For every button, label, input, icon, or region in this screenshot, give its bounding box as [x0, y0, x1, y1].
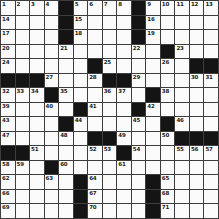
grid-cell-r1c6[interactable]: 5: [74, 1, 88, 15]
grid-cell-r13c15[interactable]: [204, 175, 218, 189]
block-cell-r10c7: [88, 132, 102, 146]
grid-cell-r11c14[interactable]: 56: [190, 146, 204, 160]
grid-cell-r7c14[interactable]: [190, 88, 204, 102]
grid-cell-r12c7[interactable]: [88, 161, 102, 175]
grid-cell-r8c9[interactable]: [117, 103, 131, 117]
clue-number-20: 20: [2, 45, 9, 51]
clue-number-59: 59: [17, 161, 24, 167]
clue-number-49: 49: [118, 132, 125, 138]
grid-cell-r2c11[interactable]: 16: [146, 16, 160, 30]
clue-number-57: 57: [205, 146, 212, 152]
clue-number-19: 19: [147, 30, 154, 36]
grid-cell-r14c3[interactable]: [30, 190, 44, 204]
grid-cell-r12c5[interactable]: 60: [59, 161, 73, 175]
grid-cell-r9c8[interactable]: [103, 117, 117, 131]
grid-cell-r9c1[interactable]: 43: [1, 117, 15, 131]
grid-cell-r6c13[interactable]: [175, 74, 189, 88]
grid-cell-r11c4[interactable]: [45, 146, 59, 160]
grid-cell-r1c8[interactable]: 7: [103, 1, 117, 15]
grid-cell-r3c7[interactable]: [88, 30, 102, 44]
grid-cell-r15c5[interactable]: [59, 204, 73, 218]
grid-cell-r7c3[interactable]: 34: [30, 88, 44, 102]
block-cell-r11c1: [1, 146, 15, 160]
block-cell-r6c1: [1, 74, 15, 88]
grid-cell-r10c5[interactable]: 48: [59, 132, 73, 146]
grid-cell-r6c14[interactable]: 30: [190, 74, 204, 88]
grid-cell-r13c5[interactable]: [59, 175, 73, 189]
grid-cell-r4c8[interactable]: [103, 45, 117, 59]
grid-cell-r4c11[interactable]: [146, 45, 160, 59]
clue-number-37: 37: [118, 88, 125, 94]
clue-number-66: 66: [2, 190, 9, 196]
grid-cell-r11c3[interactable]: 51: [30, 146, 44, 160]
grid-cell-r11c11[interactable]: [146, 146, 160, 160]
grid-cell-r8c1[interactable]: 39: [1, 103, 15, 117]
grid-cell-r3c12[interactable]: [161, 30, 175, 44]
grid-cell-r12c1[interactable]: 58: [1, 161, 15, 175]
clue-number-48: 48: [60, 132, 67, 138]
grid-cell-r4c13[interactable]: 23: [175, 45, 189, 59]
clue-number-15: 15: [75, 16, 82, 22]
block-cell-r6c9: [117, 74, 131, 88]
block-cell-r3c5: [59, 30, 73, 44]
block-cell-r11c2: [16, 146, 30, 160]
grid-cell-r6c15[interactable]: 31: [204, 74, 218, 88]
grid-cell-r8c8[interactable]: [103, 103, 117, 117]
grid-cell-r13c13[interactable]: [175, 175, 189, 189]
grid-cell-r7c5[interactable]: 35: [59, 88, 73, 102]
grid-cell-r8c7[interactable]: 41: [88, 103, 102, 117]
grid-cell-r4c9[interactable]: [117, 45, 131, 59]
grid-cell-r8c15[interactable]: [204, 103, 218, 117]
grid-cell-r12c6[interactable]: [74, 161, 88, 175]
clue-number-4: 4: [46, 1, 50, 7]
clue-number-13: 13: [205, 1, 212, 7]
clue-number-1: 1: [2, 1, 6, 7]
clue-number-38: 38: [162, 88, 169, 94]
grid-cell-r15c3[interactable]: [30, 204, 44, 218]
grid-cell-r11c10[interactable]: 54: [132, 146, 146, 160]
clue-number-10: 10: [162, 1, 169, 7]
grid-cell-r13c10[interactable]: [132, 175, 146, 189]
grid-cell-r7c7[interactable]: [88, 88, 102, 102]
clue-number-50: 50: [162, 132, 169, 138]
grid-cell-r1c7[interactable]: 6: [88, 1, 102, 15]
grid-cell-r1c15[interactable]: 13: [204, 1, 218, 15]
grid-cell-r2c12[interactable]: [161, 16, 175, 30]
clue-number-45: 45: [133, 117, 140, 123]
grid-cell-r12c11[interactable]: [146, 161, 160, 175]
clue-number-30: 30: [191, 74, 198, 80]
block-cell-r4c12: [161, 45, 175, 59]
grid-cell-r4c2[interactable]: [16, 45, 30, 59]
clue-number-43: 43: [2, 117, 9, 123]
grid-cell-r3c13[interactable]: [175, 30, 189, 44]
grid-cell-r8c3[interactable]: [30, 103, 44, 117]
block-cell-r11c9: [117, 146, 131, 160]
grid-cell-r5c4[interactable]: [45, 59, 59, 73]
block-cell-r9c5: [59, 117, 73, 131]
block-cell-r13c6: [74, 175, 88, 189]
clue-number-7: 7: [104, 1, 108, 7]
grid-cell-r14c4[interactable]: [45, 190, 59, 204]
grid-cell-r1c9[interactable]: 8: [117, 1, 131, 15]
grid-cell-r15c1[interactable]: 69: [1, 204, 15, 218]
grid-cell-r9c11[interactable]: [146, 117, 160, 131]
grid-cell-r9c6[interactable]: 44: [74, 117, 88, 131]
grid-cell-r15c12[interactable]: 71: [161, 204, 175, 218]
grid-cell-r4c4[interactable]: [45, 45, 59, 59]
grid-cell-r14c5[interactable]: [59, 190, 73, 204]
grid-cell-r2c1[interactable]: 14: [1, 16, 15, 30]
grid-cell-r9c7[interactable]: [88, 117, 102, 131]
clue-number-44: 44: [75, 117, 82, 123]
grid-cell-r1c2[interactable]: 2: [16, 1, 30, 15]
grid-cell-r10c6[interactable]: [74, 132, 88, 146]
grid-cell-r1c1[interactable]: 1: [1, 1, 15, 15]
grid-cell-r2c14[interactable]: [190, 16, 204, 30]
clue-number-41: 41: [89, 103, 96, 109]
grid-cell-r9c10[interactable]: 45: [132, 117, 146, 131]
grid-cell-r6c6[interactable]: [74, 74, 88, 88]
grid-cell-r9c2[interactable]: [16, 117, 30, 131]
block-cell-r15c11: [146, 204, 160, 218]
grid-cell-r12c14[interactable]: [190, 161, 204, 175]
grid-cell-r10c1[interactable]: 47: [1, 132, 15, 146]
clue-number-47: 47: [2, 132, 9, 138]
grid-cell-r3c6[interactable]: 18: [74, 30, 88, 44]
grid-cell-r2c8[interactable]: [103, 16, 117, 30]
grid-cell-r3c1[interactable]: 17: [1, 30, 15, 44]
clue-number-9: 9: [147, 1, 151, 7]
grid-cell-r12c3[interactable]: [30, 161, 44, 175]
grid-cell-r9c9[interactable]: [117, 117, 131, 131]
clue-number-62: 62: [2, 175, 9, 181]
grid-cell-r2c15[interactable]: [204, 16, 218, 30]
grid-cell-r13c14[interactable]: [190, 175, 204, 189]
grid-cell-r4c1[interactable]: 20: [1, 45, 15, 59]
grid-cell-r5c6[interactable]: [74, 59, 88, 73]
grid-cell-r11c12[interactable]: [161, 146, 175, 160]
grid-cell-r3c2[interactable]: [16, 30, 30, 44]
grid-cell-r5c10[interactable]: [132, 59, 146, 73]
grid-cell-r12c10[interactable]: [132, 161, 146, 175]
block-cell-r7c4: [45, 88, 59, 102]
grid-cell-r7c10[interactable]: [132, 88, 146, 102]
block-cell-r10c15: [204, 132, 218, 146]
clue-number-6: 6: [89, 1, 93, 7]
grid-cell-r3c14[interactable]: [190, 30, 204, 44]
clue-number-17: 17: [2, 30, 9, 36]
crossword-grid: 1234567891011121314151617181920212223242…: [0, 0, 219, 219]
clue-number-67: 67: [89, 190, 96, 196]
grid-cell-r15c8[interactable]: [103, 204, 117, 218]
grid-cell-r7c8[interactable]: 36: [103, 88, 117, 102]
block-cell-r15c6: [74, 204, 88, 218]
grid-cell-r9c15[interactable]: [204, 117, 218, 131]
block-cell-r12c4: [45, 161, 59, 175]
grid-cell-r13c9[interactable]: [117, 175, 131, 189]
grid-cell-r15c14[interactable]: [190, 204, 204, 218]
clue-number-55: 55: [176, 146, 183, 152]
grid-cell-r7c6[interactable]: [74, 88, 88, 102]
clue-number-12: 12: [191, 1, 198, 7]
grid-cell-r14c2[interactable]: [16, 190, 30, 204]
grid-cell-r13c12[interactable]: 65: [161, 175, 175, 189]
grid-cell-r1c11[interactable]: 9: [146, 1, 160, 15]
grid-cell-r10c3[interactable]: [30, 132, 44, 146]
block-cell-r2c5: [59, 16, 73, 30]
grid-cell-r5c13[interactable]: [175, 59, 189, 73]
grid-cell-r1c13[interactable]: 11: [175, 1, 189, 15]
block-cell-r6c8: [103, 74, 117, 88]
grid-cell-r10c4[interactable]: [45, 132, 59, 146]
clue-number-5: 5: [75, 1, 79, 7]
block-cell-r9c12: [161, 117, 175, 131]
clue-number-24: 24: [2, 59, 9, 65]
grid-cell-r12c13[interactable]: [175, 161, 189, 175]
grid-cell-r11c6[interactable]: [74, 146, 88, 160]
grid-cell-r9c14[interactable]: [190, 117, 204, 131]
grid-cell-r1c14[interactable]: 12: [190, 1, 204, 15]
block-cell-r10c13: [175, 132, 189, 146]
grid-cell-r5c1[interactable]: 24: [1, 59, 15, 73]
grid-cell-r3c8[interactable]: [103, 30, 117, 44]
grid-cell-r14c9[interactable]: [117, 190, 131, 204]
clue-number-11: 11: [176, 1, 183, 7]
clue-number-56: 56: [191, 146, 198, 152]
grid-cell-r5c5[interactable]: [59, 59, 73, 73]
grid-cell-r3c11[interactable]: 19: [146, 30, 160, 44]
grid-cell-r6c10[interactable]: 29: [132, 74, 146, 88]
grid-cell-r1c12[interactable]: 10: [161, 1, 175, 15]
grid-cell-r15c9[interactable]: [117, 204, 131, 218]
clue-number-36: 36: [104, 88, 111, 94]
grid-cell-r5c11[interactable]: [146, 59, 160, 73]
grid-cell-r9c13[interactable]: 46: [175, 117, 189, 131]
block-cell-r5c15: [204, 59, 218, 73]
grid-cell-r9c4[interactable]: [45, 117, 59, 131]
grid-cell-r8c13[interactable]: [175, 103, 189, 117]
grid-cell-r5c9[interactable]: [117, 59, 131, 73]
clue-number-25: 25: [104, 59, 111, 65]
grid-cell-r12c9[interactable]: 61: [117, 161, 131, 175]
grid-cell-r14c8[interactable]: [103, 190, 117, 204]
clue-number-18: 18: [75, 30, 82, 36]
clue-number-2: 2: [17, 1, 21, 7]
grid-cell-r11c15[interactable]: 57: [204, 146, 218, 160]
block-cell-r2c10: [132, 16, 146, 30]
clue-number-42: 42: [147, 103, 154, 109]
grid-cell-r9c3[interactable]: [30, 117, 44, 131]
grid-cell-r2c6[interactable]: 15: [74, 16, 88, 30]
grid-cell-r14c10[interactable]: [132, 190, 146, 204]
grid-cell-r6c5[interactable]: [59, 74, 73, 88]
clue-number-33: 33: [17, 88, 24, 94]
clue-number-14: 14: [2, 16, 9, 22]
clue-number-53: 53: [104, 146, 111, 152]
grid-cell-r10c11[interactable]: [146, 132, 160, 146]
grid-cell-r2c7[interactable]: [88, 16, 102, 30]
block-cell-r5c7: [88, 59, 102, 73]
grid-cell-r13c1[interactable]: 62: [1, 175, 15, 189]
grid-cell-r8c2[interactable]: [16, 103, 30, 117]
grid-cell-r8c11[interactable]: 42: [146, 103, 160, 117]
block-cell-r3c10: [132, 30, 146, 44]
grid-cell-r8c14[interactable]: [190, 103, 204, 117]
grid-cell-r14c1[interactable]: 66: [1, 190, 15, 204]
clue-number-71: 71: [162, 204, 169, 210]
grid-cell-r6c4[interactable]: 27: [45, 74, 59, 88]
grid-cell-r3c4[interactable]: [45, 30, 59, 44]
grid-cell-r10c2[interactable]: [16, 132, 30, 146]
grid-cell-r7c12[interactable]: 38: [161, 88, 175, 102]
grid-cell-r13c4[interactable]: 63: [45, 175, 59, 189]
grid-cell-r15c15[interactable]: [204, 204, 218, 218]
grid-cell-r1c4[interactable]: 4: [45, 1, 59, 15]
grid-cell-r7c13[interactable]: [175, 88, 189, 102]
grid-cell-r12c15[interactable]: [204, 161, 218, 175]
grid-cell-r3c15[interactable]: [204, 30, 218, 44]
grid-cell-r10c10[interactable]: [132, 132, 146, 146]
grid-cell-r3c9[interactable]: [117, 30, 131, 44]
clue-number-61: 61: [118, 161, 125, 167]
block-cell-r1c10: [132, 1, 146, 15]
clue-number-46: 46: [176, 117, 183, 123]
grid-cell-r4c15[interactable]: [204, 45, 218, 59]
grid-cell-r13c3[interactable]: [30, 175, 44, 189]
grid-cell-r7c9[interactable]: 37: [117, 88, 131, 102]
grid-cell-r2c9[interactable]: [117, 16, 131, 30]
grid-cell-r11c8[interactable]: 53: [103, 146, 117, 160]
grid-cell-r5c12[interactable]: 26: [161, 59, 175, 73]
clue-number-58: 58: [2, 161, 9, 167]
grid-cell-r15c2[interactable]: [16, 204, 30, 218]
block-cell-r14c11: [146, 190, 160, 204]
grid-cell-r1c3[interactable]: 3: [30, 1, 44, 15]
grid-cell-r4c14[interactable]: [190, 45, 204, 59]
clue-number-28: 28: [89, 74, 96, 80]
grid-cell-r14c7[interactable]: 67: [88, 190, 102, 204]
clue-number-3: 3: [31, 1, 35, 7]
block-cell-r13c11: [146, 175, 160, 189]
grid-cell-r7c15[interactable]: [204, 88, 218, 102]
clue-number-63: 63: [46, 175, 53, 181]
clue-number-31: 31: [205, 74, 212, 80]
clue-number-16: 16: [147, 16, 154, 22]
grid-cell-r2c2[interactable]: [16, 16, 30, 30]
grid-cell-r8c4[interactable]: 40: [45, 103, 59, 117]
clue-number-39: 39: [2, 103, 9, 109]
grid-cell-r7c2[interactable]: 33: [16, 88, 30, 102]
grid-cell-r5c2[interactable]: [16, 59, 30, 73]
block-cell-r6c2: [16, 74, 30, 88]
grid-cell-r6c7[interactable]: 28: [88, 74, 102, 88]
block-cell-r8c6: [74, 103, 88, 117]
clue-number-27: 27: [46, 74, 53, 80]
clue-number-35: 35: [60, 88, 67, 94]
block-cell-r14c6: [74, 190, 88, 204]
clue-number-26: 26: [162, 59, 169, 65]
grid-cell-r2c13[interactable]: [175, 16, 189, 30]
grid-cell-r11c13[interactable]: 55: [175, 146, 189, 160]
clue-number-64: 64: [89, 175, 96, 181]
grid-cell-r13c7[interactable]: 64: [88, 175, 102, 189]
grid-cell-r4c5[interactable]: 21: [59, 45, 73, 59]
grid-cell-r12c8[interactable]: [103, 161, 117, 175]
block-cell-r1c5: [59, 1, 73, 15]
grid-cell-r14c12[interactable]: 68: [161, 190, 175, 204]
grid-cell-r15c13[interactable]: [175, 204, 189, 218]
grid-cell-r12c2[interactable]: 59: [16, 161, 30, 175]
grid-cell-r14c15[interactable]: [204, 190, 218, 204]
grid-cell-r11c5[interactable]: [59, 146, 73, 160]
clue-number-65: 65: [162, 175, 169, 181]
block-cell-r8c10: [132, 103, 146, 117]
block-cell-r10c8: [103, 132, 117, 146]
clue-number-21: 21: [60, 45, 67, 51]
block-cell-r5c14: [190, 59, 204, 73]
clue-number-52: 52: [89, 146, 96, 152]
clue-number-8: 8: [118, 1, 122, 7]
grid-cell-r4c3[interactable]: [30, 45, 44, 59]
grid-cell-r14c13[interactable]: [175, 190, 189, 204]
grid-cell-r4c10[interactable]: 22: [132, 45, 146, 59]
grid-cell-r4c6[interactable]: [74, 45, 88, 59]
block-cell-r6c3: [30, 74, 44, 88]
grid-cell-r7c1[interactable]: 32: [1, 88, 15, 102]
grid-cell-r15c7[interactable]: 70: [88, 204, 102, 218]
grid-cell-r6c11[interactable]: [146, 74, 160, 88]
grid-cell-r2c4[interactable]: [45, 16, 59, 30]
clue-number-69: 69: [2, 204, 9, 210]
clue-number-60: 60: [60, 161, 67, 167]
block-cell-r10c14: [190, 132, 204, 146]
grid-cell-r12c12[interactable]: [161, 161, 175, 175]
grid-cell-r14c14[interactable]: [190, 190, 204, 204]
grid-cell-r15c10[interactable]: [132, 204, 146, 218]
grid-cell-r15c4[interactable]: [45, 204, 59, 218]
clue-number-29: 29: [133, 74, 140, 80]
grid-cell-r8c12[interactable]: [161, 103, 175, 117]
grid-cell-r10c9[interactable]: 49: [117, 132, 131, 146]
clue-number-23: 23: [176, 45, 183, 51]
clue-number-54: 54: [133, 146, 140, 152]
grid-cell-r2c3[interactable]: [30, 16, 44, 30]
grid-cell-r11c7[interactable]: 52: [88, 146, 102, 160]
clue-number-40: 40: [46, 103, 53, 109]
clue-number-68: 68: [162, 190, 169, 196]
grid-cell-r3c3[interactable]: [30, 30, 44, 44]
block-cell-r7c11: [146, 88, 160, 102]
clue-number-32: 32: [2, 88, 9, 94]
clue-number-51: 51: [31, 146, 38, 152]
grid-cell-r5c8[interactable]: 25: [103, 59, 117, 73]
grid-cell-r13c8[interactable]: [103, 175, 117, 189]
grid-cell-r6c12[interactable]: [161, 74, 175, 88]
grid-cell-r13c2[interactable]: [16, 175, 30, 189]
grid-cell-r10c12[interactable]: 50: [161, 132, 175, 146]
clue-number-70: 70: [89, 204, 96, 210]
clue-number-34: 34: [31, 88, 38, 94]
clue-number-22: 22: [133, 45, 140, 51]
grid-cell-r5c3[interactable]: [30, 59, 44, 73]
grid-cell-r4c7[interactable]: [88, 45, 102, 59]
grid-cell-r8c5[interactable]: [59, 103, 73, 117]
